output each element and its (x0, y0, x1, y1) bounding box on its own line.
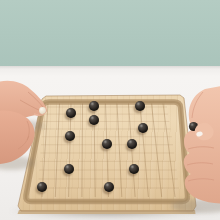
black-marble[interactable] (102, 139, 112, 149)
black-marble[interactable] (138, 123, 148, 133)
black-marble[interactable] (104, 182, 114, 192)
scene (0, 0, 220, 220)
black-marble[interactable] (129, 164, 139, 174)
black-marble[interactable] (37, 182, 47, 192)
black-marble[interactable] (89, 101, 99, 111)
black-marble[interactable] (127, 139, 137, 149)
black-marble[interactable] (135, 101, 145, 111)
black-marble[interactable] (66, 108, 76, 118)
black-marble[interactable] (65, 131, 75, 141)
background-wall (0, 0, 220, 66)
